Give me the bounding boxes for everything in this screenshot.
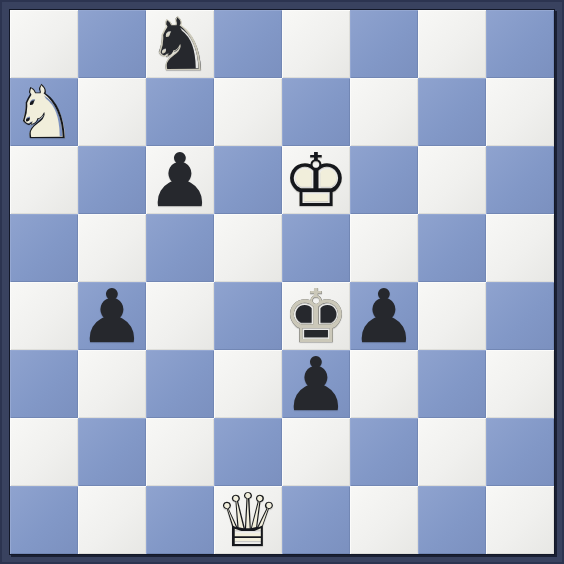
square-a2[interactable] <box>10 418 78 486</box>
square-a4[interactable] <box>10 282 78 350</box>
square-g3[interactable] <box>418 350 486 418</box>
square-c8[interactable]: ♞♘ <box>146 10 214 78</box>
square-f5[interactable] <box>350 214 418 282</box>
square-a1[interactable] <box>10 486 78 554</box>
square-b5[interactable] <box>78 214 146 282</box>
square-g5[interactable] <box>418 214 486 282</box>
square-f6[interactable] <box>350 146 418 214</box>
square-f1[interactable] <box>350 486 418 554</box>
black-pawn-icon: ♟ <box>350 282 418 350</box>
square-a8[interactable] <box>10 10 78 78</box>
square-h2[interactable] <box>486 418 554 486</box>
white-knight-icon: ♞ <box>10 78 78 146</box>
square-d6[interactable] <box>214 146 282 214</box>
square-b4[interactable]: ♟ <box>78 282 146 350</box>
square-g2[interactable] <box>418 418 486 486</box>
square-h1[interactable] <box>486 486 554 554</box>
square-c6[interactable]: ♟ <box>146 146 214 214</box>
square-f8[interactable] <box>350 10 418 78</box>
square-d5[interactable] <box>214 214 282 282</box>
square-e2[interactable] <box>282 418 350 486</box>
board-frame: ♞♘♞♘♟♚♔♟♚♔♟♟♛♕ <box>0 0 564 564</box>
black-knight-detail-icon: ♘ <box>146 10 214 78</box>
white-king-icon: ♚ <box>282 146 350 214</box>
square-h4[interactable] <box>486 282 554 350</box>
square-a5[interactable] <box>10 214 78 282</box>
square-e7[interactable] <box>282 78 350 146</box>
square-g8[interactable] <box>418 10 486 78</box>
square-h5[interactable] <box>486 214 554 282</box>
square-a6[interactable] <box>10 146 78 214</box>
square-e4[interactable]: ♚♔ <box>282 282 350 350</box>
square-f4[interactable]: ♟ <box>350 282 418 350</box>
square-e8[interactable] <box>282 10 350 78</box>
square-b3[interactable] <box>78 350 146 418</box>
square-c2[interactable] <box>146 418 214 486</box>
square-d1[interactable]: ♛♕ <box>214 486 282 554</box>
square-g6[interactable] <box>418 146 486 214</box>
square-d4[interactable] <box>214 282 282 350</box>
square-c4[interactable] <box>146 282 214 350</box>
square-d7[interactable] <box>214 78 282 146</box>
black-king-detail-icon: ♔ <box>282 282 350 350</box>
black-pawn-icon: ♟ <box>78 282 146 350</box>
square-h8[interactable] <box>486 10 554 78</box>
square-e1[interactable] <box>282 486 350 554</box>
square-d2[interactable] <box>214 418 282 486</box>
black-pawn-icon: ♟ <box>146 146 214 214</box>
square-b6[interactable] <box>78 146 146 214</box>
white-knight-detail-icon: ♘ <box>10 78 78 146</box>
square-f7[interactable] <box>350 78 418 146</box>
square-a7[interactable]: ♞♘ <box>10 78 78 146</box>
square-d3[interactable] <box>214 350 282 418</box>
square-e6[interactable]: ♚♔ <box>282 146 350 214</box>
white-queen-icon: ♛ <box>214 486 282 554</box>
square-h6[interactable] <box>486 146 554 214</box>
black-knight-icon: ♞ <box>146 10 214 78</box>
square-b2[interactable] <box>78 418 146 486</box>
square-a3[interactable] <box>10 350 78 418</box>
square-b7[interactable] <box>78 78 146 146</box>
square-c5[interactable] <box>146 214 214 282</box>
square-b8[interactable] <box>78 10 146 78</box>
white-queen-detail-icon: ♕ <box>214 486 282 554</box>
square-h7[interactable] <box>486 78 554 146</box>
black-king-icon: ♚ <box>282 282 350 350</box>
white-king-detail-icon: ♔ <box>282 146 350 214</box>
square-d8[interactable] <box>214 10 282 78</box>
square-c1[interactable] <box>146 486 214 554</box>
square-e3[interactable]: ♟ <box>282 350 350 418</box>
square-b1[interactable] <box>78 486 146 554</box>
square-c3[interactable] <box>146 350 214 418</box>
chess-board: ♞♘♞♘♟♚♔♟♚♔♟♟♛♕ <box>10 10 554 554</box>
square-g4[interactable] <box>418 282 486 350</box>
square-g1[interactable] <box>418 486 486 554</box>
black-pawn-icon: ♟ <box>282 350 350 418</box>
square-f3[interactable] <box>350 350 418 418</box>
square-f2[interactable] <box>350 418 418 486</box>
square-g7[interactable] <box>418 78 486 146</box>
square-e5[interactable] <box>282 214 350 282</box>
square-h3[interactable] <box>486 350 554 418</box>
square-c7[interactable] <box>146 78 214 146</box>
